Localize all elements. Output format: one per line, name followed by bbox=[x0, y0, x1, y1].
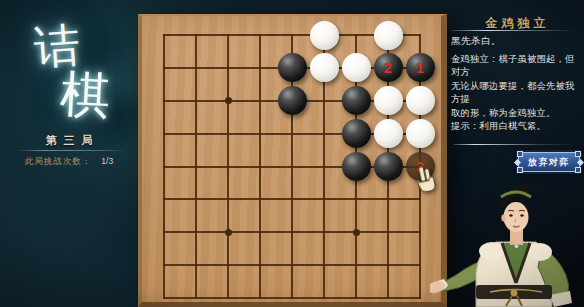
black-stone: 2 bbox=[374, 53, 403, 82]
black-stone bbox=[342, 119, 371, 148]
star-point bbox=[225, 229, 232, 236]
grid-line-horizontal bbox=[163, 297, 421, 299]
black-stone bbox=[342, 152, 371, 181]
give-up-button-label: 放弃对弈 bbox=[528, 156, 570, 169]
star-point bbox=[225, 97, 232, 104]
grid-line-horizontal bbox=[163, 231, 421, 233]
white-stone bbox=[374, 21, 403, 50]
description-line: 无论从哪边要提，都会先被我方提 bbox=[451, 80, 583, 107]
title-underline bbox=[450, 30, 576, 31]
move-number-label: 1 bbox=[416, 60, 424, 75]
bottom-divider bbox=[453, 144, 575, 145]
grid-line-horizontal bbox=[163, 264, 421, 266]
puzzle-description: 金鸡独立：棋子虽被围起，但对方 无论从哪边要提，都会先被我方提 取的形，称为金鸡… bbox=[451, 53, 583, 133]
white-stone bbox=[374, 119, 403, 148]
description-line: 取的形，称为金鸡独立。 bbox=[451, 107, 583, 120]
move-number-label: 2 bbox=[384, 60, 392, 75]
white-stone bbox=[310, 53, 339, 82]
black-stone bbox=[278, 53, 307, 82]
white-stone bbox=[342, 53, 371, 82]
white-stone bbox=[406, 119, 435, 148]
description-line: 金鸡独立：棋子虽被围起，但对方 bbox=[451, 53, 583, 80]
attempts-value: 1/3 bbox=[101, 156, 113, 168]
white-stone bbox=[406, 86, 435, 115]
white-stone bbox=[374, 86, 403, 115]
grid-line-horizontal bbox=[163, 198, 421, 200]
white-stone bbox=[310, 21, 339, 50]
star-point bbox=[353, 229, 360, 236]
puzzle-objective: 黑先杀白。 bbox=[451, 35, 501, 48]
attempts-counter: 此局挑战次数： 1/3 bbox=[0, 156, 138, 168]
move-number-label: 3 bbox=[416, 159, 424, 174]
black-stone bbox=[374, 152, 403, 181]
black-stone: 1 bbox=[406, 53, 435, 82]
calligraphy-char-2: 棋 bbox=[58, 61, 111, 131]
left-divider bbox=[16, 150, 128, 151]
left-panel: 诘 棋 第三局 此局挑战次数： 1/3 bbox=[0, 0, 138, 307]
description-line: 提示：利用白棋气紧。 bbox=[451, 120, 583, 133]
give-up-button[interactable]: 放弃对弈 bbox=[518, 152, 580, 172]
character-portrait bbox=[430, 183, 584, 307]
stage-label: 第三局 bbox=[0, 133, 138, 148]
attempts-label: 此局挑战次数： bbox=[25, 156, 92, 168]
black-stone bbox=[278, 86, 307, 115]
puzzle-title: 金鸡独立 bbox=[447, 0, 584, 32]
preview-move-stone[interactable]: 3 bbox=[406, 152, 435, 181]
go-board[interactable]: 213 bbox=[138, 14, 447, 307]
game-screen: 诘 棋 第三局 此局挑战次数： 1/3 213 金鸡独立 黑先杀白。 金鸡独立：… bbox=[0, 0, 584, 307]
tsumego-title-calligraphy: 诘 棋 bbox=[26, 10, 126, 130]
black-stone bbox=[342, 86, 371, 115]
